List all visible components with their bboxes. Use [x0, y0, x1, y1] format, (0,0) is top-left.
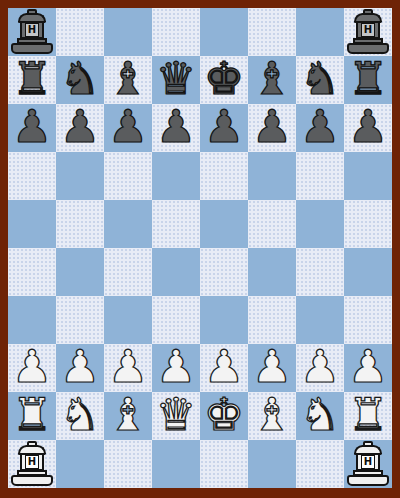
- square-e3[interactable]: ♟: [200, 344, 248, 392]
- square-c8[interactable]: ♟: [104, 104, 152, 152]
- square-g5[interactable]: [296, 248, 344, 296]
- white-pawn[interactable]: ♟: [12, 343, 52, 391]
- square-g3[interactable]: ♟: [296, 344, 344, 392]
- square-d7[interactable]: [152, 152, 200, 200]
- square-b8[interactable]: ♟: [56, 104, 104, 152]
- square-g9[interactable]: ♞: [296, 56, 344, 104]
- white-king[interactable]: ♚: [204, 391, 244, 439]
- black-pawn[interactable]: ♟: [156, 103, 196, 151]
- black-hawk-body: H: [356, 21, 380, 39]
- white-rook[interactable]: ♜: [348, 391, 388, 439]
- square-c5[interactable]: [104, 248, 152, 296]
- square-e6[interactable]: [200, 200, 248, 248]
- white-queen[interactable]: ♛: [156, 391, 196, 439]
- square-c9[interactable]: ♝: [104, 56, 152, 104]
- hawk-letter: H: [25, 455, 39, 469]
- square-a2[interactable]: ♜: [8, 392, 56, 440]
- square-b2[interactable]: ♞: [56, 392, 104, 440]
- square-h6[interactable]: [344, 200, 392, 248]
- square-b4[interactable]: [56, 296, 104, 344]
- square-b3[interactable]: ♟: [56, 344, 104, 392]
- square-h9[interactable]: ♜: [344, 56, 392, 104]
- black-pawn[interactable]: ♟: [348, 103, 388, 151]
- square-d3[interactable]: ♟: [152, 344, 200, 392]
- game-window: { "game": "chess variant (8x10 board, st…: [0, 0, 400, 498]
- black-hawk[interactable]: H: [346, 9, 390, 55]
- square-g4[interactable]: [296, 296, 344, 344]
- square-h2[interactable]: ♜: [344, 392, 392, 440]
- black-pawn[interactable]: ♟: [300, 103, 340, 151]
- square-e1[interactable]: [200, 440, 248, 488]
- square-c4[interactable]: [104, 296, 152, 344]
- square-a7[interactable]: [8, 152, 56, 200]
- black-pawn[interactable]: ♟: [204, 103, 244, 151]
- square-e7[interactable]: [200, 152, 248, 200]
- square-b1[interactable]: [56, 440, 104, 488]
- white-rook[interactable]: ♜: [12, 391, 52, 439]
- square-b10[interactable]: [56, 8, 104, 56]
- black-knight[interactable]: ♞: [60, 55, 100, 103]
- black-rook[interactable]: ♜: [12, 55, 52, 103]
- black-hawk-body: H: [20, 21, 44, 39]
- square-c3[interactable]: ♟: [104, 344, 152, 392]
- black-queen[interactable]: ♛: [156, 55, 196, 103]
- square-a6[interactable]: [8, 200, 56, 248]
- square-a3[interactable]: ♟: [8, 344, 56, 392]
- square-h3[interactable]: ♟: [344, 344, 392, 392]
- square-a8[interactable]: ♟: [8, 104, 56, 152]
- square-g7[interactable]: [296, 152, 344, 200]
- square-b6[interactable]: [56, 200, 104, 248]
- square-g2[interactable]: ♞: [296, 392, 344, 440]
- square-d6[interactable]: [152, 200, 200, 248]
- white-pawn[interactable]: ♟: [108, 343, 148, 391]
- white-pawn[interactable]: ♟: [156, 343, 196, 391]
- square-c1[interactable]: [104, 440, 152, 488]
- square-d8[interactable]: ♟: [152, 104, 200, 152]
- square-h1[interactable]: H: [344, 440, 392, 488]
- white-pawn[interactable]: ♟: [60, 343, 100, 391]
- square-h7[interactable]: [344, 152, 392, 200]
- square-c6[interactable]: [104, 200, 152, 248]
- black-bishop[interactable]: ♝: [252, 55, 292, 103]
- white-hawk-body: H: [356, 453, 380, 471]
- chess-board: HH♜♞♝♛♚♝♞♜♟♟♟♟♟♟♟♟♟♟♟♟♟♟♟♟♜♞♝♛♚♝♞♜HH: [8, 8, 392, 488]
- square-d10[interactable]: [152, 8, 200, 56]
- hawk-letter: H: [361, 455, 375, 469]
- square-a4[interactable]: [8, 296, 56, 344]
- black-pawn[interactable]: ♟: [60, 103, 100, 151]
- white-knight[interactable]: ♞: [60, 391, 100, 439]
- white-hawk-base2: [347, 475, 389, 486]
- square-d4[interactable]: [152, 296, 200, 344]
- white-knight[interactable]: ♞: [300, 391, 340, 439]
- hawk-letter: H: [25, 23, 39, 37]
- square-f6[interactable]: [248, 200, 296, 248]
- square-h5[interactable]: [344, 248, 392, 296]
- square-e2[interactable]: ♚: [200, 392, 248, 440]
- white-pawn[interactable]: ♟: [300, 343, 340, 391]
- white-hawk-body: H: [20, 453, 44, 471]
- square-a1[interactable]: H: [8, 440, 56, 488]
- black-bishop[interactable]: ♝: [108, 55, 148, 103]
- black-hawk[interactable]: H: [10, 9, 54, 55]
- square-a9[interactable]: ♜: [8, 56, 56, 104]
- square-c2[interactable]: ♝: [104, 392, 152, 440]
- black-king[interactable]: ♚: [204, 55, 244, 103]
- black-rook[interactable]: ♜: [348, 55, 388, 103]
- square-h8[interactable]: ♟: [344, 104, 392, 152]
- square-f5[interactable]: [248, 248, 296, 296]
- square-c7[interactable]: [104, 152, 152, 200]
- square-f4[interactable]: [248, 296, 296, 344]
- square-f3[interactable]: ♟: [248, 344, 296, 392]
- square-e8[interactable]: ♟: [200, 104, 248, 152]
- square-e9[interactable]: ♚: [200, 56, 248, 104]
- square-d1[interactable]: [152, 440, 200, 488]
- square-a5[interactable]: [8, 248, 56, 296]
- black-pawn[interactable]: ♟: [108, 103, 148, 151]
- square-h10[interactable]: H: [344, 8, 392, 56]
- white-hawk[interactable]: H: [10, 441, 54, 487]
- square-g1[interactable]: [296, 440, 344, 488]
- square-g10[interactable]: [296, 8, 344, 56]
- square-a10[interactable]: H: [8, 8, 56, 56]
- square-f9[interactable]: ♝: [248, 56, 296, 104]
- square-f1[interactable]: [248, 440, 296, 488]
- square-g8[interactable]: ♟: [296, 104, 344, 152]
- square-d2[interactable]: ♛: [152, 392, 200, 440]
- square-g6[interactable]: [296, 200, 344, 248]
- white-bishop[interactable]: ♝: [108, 391, 148, 439]
- square-d9[interactable]: ♛: [152, 56, 200, 104]
- square-b5[interactable]: [56, 248, 104, 296]
- square-b7[interactable]: [56, 152, 104, 200]
- square-f7[interactable]: [248, 152, 296, 200]
- square-e10[interactable]: [200, 8, 248, 56]
- white-hawk-base2: [11, 475, 53, 486]
- white-pawn[interactable]: ♟: [204, 343, 244, 391]
- white-pawn[interactable]: ♟: [348, 343, 388, 391]
- square-f2[interactable]: ♝: [248, 392, 296, 440]
- square-e4[interactable]: [200, 296, 248, 344]
- hawk-letter: H: [361, 23, 375, 37]
- square-e5[interactable]: [200, 248, 248, 296]
- square-f10[interactable]: [248, 8, 296, 56]
- white-pawn[interactable]: ♟: [252, 343, 292, 391]
- square-d5[interactable]: [152, 248, 200, 296]
- white-bishop[interactable]: ♝: [252, 391, 292, 439]
- square-b9[interactable]: ♞: [56, 56, 104, 104]
- square-h4[interactable]: [344, 296, 392, 344]
- black-knight[interactable]: ♞: [300, 55, 340, 103]
- white-hawk[interactable]: H: [346, 441, 390, 487]
- square-c10[interactable]: [104, 8, 152, 56]
- black-pawn[interactable]: ♟: [12, 103, 52, 151]
- black-pawn[interactable]: ♟: [252, 103, 292, 151]
- square-f8[interactable]: ♟: [248, 104, 296, 152]
